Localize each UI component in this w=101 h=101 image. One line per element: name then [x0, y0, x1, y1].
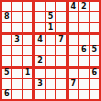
- cell-r8c5[interactable]: [46, 79, 55, 88]
- cell-r8c3[interactable]: [23, 79, 32, 88]
- cell-r8c6[interactable]: [56, 79, 65, 88]
- sudoku-grid: 42851347652516376: [2, 2, 99, 99]
- cell-r9c6[interactable]: [56, 90, 65, 99]
- cell-r7c5[interactable]: [46, 69, 55, 78]
- cell-r2c3[interactable]: [23, 12, 32, 21]
- cell-r7c6[interactable]: [56, 69, 65, 78]
- cell-r7c2[interactable]: [12, 69, 21, 78]
- cell-r6c6[interactable]: [56, 56, 65, 65]
- cell-r6c2[interactable]: [12, 56, 21, 65]
- cell-r3c3[interactable]: [23, 23, 32, 32]
- cell-r9c5[interactable]: [46, 90, 55, 99]
- cell-r8c8[interactable]: [79, 79, 88, 88]
- cell-r1c7[interactable]: 4: [69, 2, 78, 11]
- cell-r8c1[interactable]: [2, 79, 11, 88]
- cell-r1c1[interactable]: [2, 2, 11, 11]
- cell-r5c8[interactable]: 6: [79, 46, 88, 55]
- cell-r3c4[interactable]: [35, 23, 44, 32]
- cell-r6c9[interactable]: [90, 56, 99, 65]
- cell-r4c7[interactable]: [69, 35, 78, 44]
- cell-r7c4[interactable]: [35, 69, 44, 78]
- cell-r3c6[interactable]: [56, 23, 65, 32]
- cell-r8c2[interactable]: [12, 79, 21, 88]
- cell-r7c8[interactable]: [79, 69, 88, 78]
- cell-r2c9[interactable]: [90, 12, 99, 21]
- cell-r1c6[interactable]: [56, 2, 65, 11]
- cell-r6c4[interactable]: 2: [35, 56, 44, 65]
- cell-r3c5[interactable]: 1: [46, 23, 55, 32]
- sudoku-board: 42851347652516376: [0, 0, 101, 101]
- cell-r2c2[interactable]: [12, 12, 21, 21]
- cell-r7c9[interactable]: 6: [90, 69, 99, 78]
- cell-r3c9[interactable]: [90, 23, 99, 32]
- cell-r9c8[interactable]: [79, 90, 88, 99]
- cell-r5c9[interactable]: 5: [90, 46, 99, 55]
- cell-r9c2[interactable]: [12, 90, 21, 99]
- cell-r9c1[interactable]: 6: [2, 90, 11, 99]
- cell-r4c6[interactable]: 7: [56, 35, 65, 44]
- cell-r2c8[interactable]: [79, 12, 88, 21]
- cell-r9c7[interactable]: [69, 90, 78, 99]
- cell-r6c5[interactable]: [46, 56, 55, 65]
- cell-r9c3[interactable]: [23, 90, 32, 99]
- cell-r7c3[interactable]: 1: [23, 69, 32, 78]
- cell-r1c5[interactable]: [46, 2, 55, 11]
- cell-r3c2[interactable]: [12, 23, 21, 32]
- cell-r4c4[interactable]: 4: [35, 35, 44, 44]
- cell-r1c9[interactable]: [90, 2, 99, 11]
- cell-r8c9[interactable]: [90, 79, 99, 88]
- cell-r2c7[interactable]: [69, 12, 78, 21]
- cell-r1c2[interactable]: [12, 2, 21, 11]
- cell-r4c1[interactable]: [2, 35, 11, 44]
- cell-r9c9[interactable]: [90, 90, 99, 99]
- cell-r2c1[interactable]: 8: [2, 12, 11, 21]
- cell-r9c4[interactable]: [35, 90, 44, 99]
- cell-r4c5[interactable]: [46, 35, 55, 44]
- cell-r5c2[interactable]: [12, 46, 21, 55]
- cell-r6c1[interactable]: [2, 56, 11, 65]
- cell-r5c5[interactable]: [46, 46, 55, 55]
- cell-r8c7[interactable]: 7: [69, 79, 78, 88]
- cell-r1c8[interactable]: 2: [79, 2, 88, 11]
- cell-r4c8[interactable]: [79, 35, 88, 44]
- cell-r2c5[interactable]: 5: [46, 12, 55, 21]
- cell-r3c1[interactable]: [2, 23, 11, 32]
- cell-r4c3[interactable]: [23, 35, 32, 44]
- cell-r5c4[interactable]: [35, 46, 44, 55]
- cell-r4c2[interactable]: 3: [12, 35, 21, 44]
- cell-r1c4[interactable]: [35, 2, 44, 11]
- cell-r4c9[interactable]: [90, 35, 99, 44]
- cell-r3c7[interactable]: [69, 23, 78, 32]
- cell-r3c8[interactable]: [79, 23, 88, 32]
- cell-r6c7[interactable]: [69, 56, 78, 65]
- cell-r5c3[interactable]: [23, 46, 32, 55]
- cell-r5c6[interactable]: [56, 46, 65, 55]
- cell-r7c7[interactable]: [69, 69, 78, 78]
- cell-r5c7[interactable]: [69, 46, 78, 55]
- cell-r2c6[interactable]: [56, 12, 65, 21]
- cell-r5c1[interactable]: [2, 46, 11, 55]
- cell-r8c4[interactable]: 3: [35, 79, 44, 88]
- cell-r6c8[interactable]: [79, 56, 88, 65]
- cell-r1c3[interactable]: [23, 2, 32, 11]
- cell-r2c4[interactable]: [35, 12, 44, 21]
- cell-r7c1[interactable]: 5: [2, 69, 11, 78]
- cell-r6c3[interactable]: [23, 56, 32, 65]
